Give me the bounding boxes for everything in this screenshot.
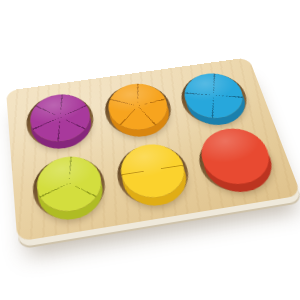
cell-r1c2 <box>95 76 184 145</box>
piece-yellow-halves[interactable] <box>116 140 190 202</box>
piece-blue-quarters[interactable] <box>179 70 249 122</box>
cell-r1c1 <box>18 86 104 157</box>
piece-orange-fifths[interactable] <box>104 80 172 133</box>
recess-hole <box>112 140 195 209</box>
cell-r2c3 <box>186 123 286 201</box>
puzzle-board <box>6 57 300 241</box>
cell-r1c3 <box>169 65 261 133</box>
recess-hole <box>193 128 279 195</box>
recess-hole <box>30 152 109 223</box>
piece-green-thirds[interactable] <box>34 152 105 215</box>
cell-r2c1 <box>24 147 117 230</box>
recess-hole <box>24 91 97 152</box>
product-photo <box>0 0 300 300</box>
page: { "game": "wooden-fraction-circles-puzzl… <box>0 0 300 300</box>
recess-hole <box>101 80 177 140</box>
recess-hole <box>176 70 255 128</box>
cell-r2c2 <box>106 135 202 215</box>
piece-red-whole[interactable] <box>195 124 278 188</box>
piece-purple-sixths[interactable] <box>28 90 94 145</box>
